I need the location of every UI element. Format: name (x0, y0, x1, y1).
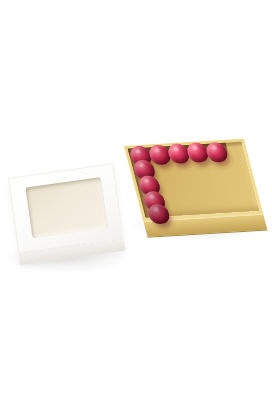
chocolate-roses (128, 142, 260, 218)
lid-top-face (8, 163, 124, 253)
tray-interior (124, 139, 263, 221)
white-window-lid (8, 163, 125, 265)
lid-clear-window (26, 177, 108, 238)
product-photo (0, 0, 272, 400)
chocolate-rose-5 (204, 142, 229, 163)
gold-chocolate-tray (124, 139, 267, 238)
